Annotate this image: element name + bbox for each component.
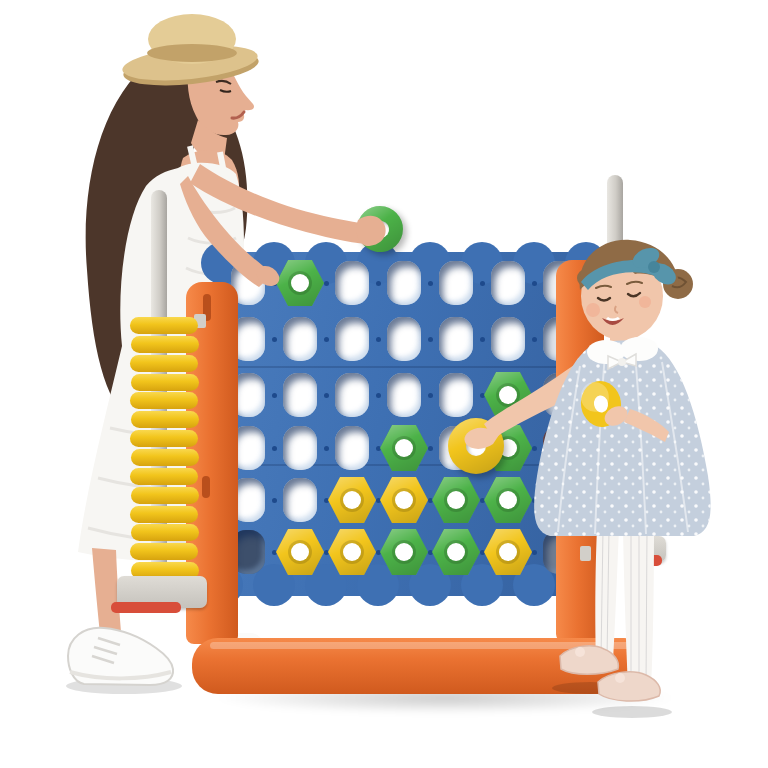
stored-yellow-ring <box>131 336 199 353</box>
girl-shoe-shadow-front <box>592 706 672 718</box>
stored-yellow-ring <box>131 411 199 428</box>
stored-yellow-ring <box>131 524 199 541</box>
stored-yellow-ring <box>130 543 198 560</box>
stored-yellow-ring <box>130 355 198 372</box>
girl-blush-left <box>586 303 600 317</box>
product-photo-stage <box>0 0 768 768</box>
woman-right-hand <box>356 216 385 246</box>
stored-yellow-ring <box>130 506 198 523</box>
stored-yellow-ring <box>131 487 199 504</box>
stored-yellow-ring <box>130 430 198 447</box>
woman-arms <box>40 8 480 328</box>
storage-redbar-left <box>111 602 181 613</box>
girl-figure <box>440 236 768 736</box>
stored-yellow-ring <box>131 374 199 391</box>
stored-yellow-ring <box>130 392 198 409</box>
girl-collar-right <box>620 337 658 361</box>
stored-yellow-ring <box>130 468 198 485</box>
girl-blush-right <box>639 296 651 308</box>
collar-bow-knot <box>618 358 626 366</box>
shoe-bow-front <box>615 673 625 683</box>
stored-yellow-ring <box>131 449 199 466</box>
shoe-bow-back <box>575 647 585 657</box>
headband-bow-knot <box>648 261 660 273</box>
